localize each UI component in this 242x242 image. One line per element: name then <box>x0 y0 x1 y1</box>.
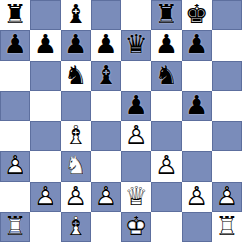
square-g2[interactable]: ♟♙ <box>182 182 212 212</box>
piece-fill: ♞ <box>151 60 181 90</box>
white-pawn-icon[interactable]: ♟♙ <box>30 182 60 212</box>
piece-fill: ♟ <box>61 181 91 211</box>
piece-outline: ♙ <box>30 181 60 211</box>
square-a4[interactable] <box>0 121 30 151</box>
square-b7[interactable]: ♟ <box>30 30 60 60</box>
square-h8[interactable] <box>212 0 242 30</box>
black-pawn-icon[interactable]: ♟ <box>30 30 60 60</box>
square-a8[interactable]: ♜ <box>0 0 30 30</box>
square-d4[interactable] <box>91 121 121 151</box>
piece-fill: ♟ <box>151 150 181 180</box>
square-e5[interactable]: ♟ <box>121 91 151 121</box>
square-h3[interactable] <box>212 151 242 181</box>
black-pawn-icon[interactable]: ♟ <box>61 30 91 60</box>
square-b8[interactable] <box>30 0 60 30</box>
square-f1[interactable] <box>151 212 181 242</box>
piece-fill: ♛ <box>121 181 151 211</box>
piece-outline: ♙ <box>0 150 30 180</box>
square-e1[interactable]: ♚♔ <box>121 212 151 242</box>
black-pawn-icon[interactable]: ♟ <box>182 91 212 121</box>
square-e4[interactable]: ♟♙ <box>121 121 151 151</box>
square-b1[interactable] <box>30 212 60 242</box>
white-bishop-icon[interactable]: ♝♗ <box>61 212 91 242</box>
piece-fill: ♟ <box>0 150 30 180</box>
white-king-icon[interactable]: ♚♔ <box>121 212 151 242</box>
square-g3[interactable] <box>182 151 212 181</box>
piece-fill: ♞ <box>61 150 91 180</box>
piece-fill: ♟ <box>30 181 60 211</box>
square-f6[interactable]: ♞ <box>151 61 181 91</box>
square-g6[interactable] <box>182 61 212 91</box>
white-pawn-icon[interactable]: ♟♙ <box>61 182 91 212</box>
white-pawn-icon[interactable]: ♟♙ <box>151 151 181 181</box>
piece-fill: ♝ <box>61 0 91 29</box>
square-b3[interactable] <box>30 151 60 181</box>
square-e3[interactable] <box>121 151 151 181</box>
piece-fill: ♚ <box>121 211 151 241</box>
square-e7[interactable]: ♛ <box>121 30 151 60</box>
piece-fill: ♟ <box>0 29 30 59</box>
black-bishop-icon[interactable]: ♝ <box>61 0 91 30</box>
square-d1[interactable] <box>91 212 121 242</box>
square-a3[interactable]: ♟♙ <box>0 151 30 181</box>
piece-fill: ♟ <box>91 181 121 211</box>
square-h1[interactable]: ♜♖ <box>212 212 242 242</box>
piece-fill: ♝ <box>61 120 91 150</box>
piece-fill: ♟ <box>212 181 242 211</box>
square-b4[interactable] <box>30 121 60 151</box>
white-pawn-icon[interactable]: ♟♙ <box>121 121 151 151</box>
square-f4[interactable] <box>151 121 181 151</box>
white-queen-icon[interactable]: ♛♕ <box>121 182 151 212</box>
piece-outline: ♙ <box>121 120 151 150</box>
square-b2[interactable]: ♟♙ <box>30 182 60 212</box>
square-b6[interactable] <box>30 61 60 91</box>
square-e2[interactable]: ♛♕ <box>121 182 151 212</box>
piece-fill: ♛ <box>121 29 151 59</box>
square-c4[interactable]: ♝♗ <box>61 121 91 151</box>
chess-board: ♜♝♜♚♟♟♟♟♛♟♟♞♝♞♟♟♝♗♟♙♟♙♞♘♟♙♟♙♟♙♟♙♛♕♟♙♟♙♜♖… <box>0 0 242 242</box>
square-d2[interactable]: ♟♙ <box>91 182 121 212</box>
square-g4[interactable] <box>182 121 212 151</box>
black-pawn-icon[interactable]: ♟ <box>151 30 181 60</box>
piece-fill: ♟ <box>151 29 181 59</box>
square-a1[interactable]: ♜♖ <box>0 212 30 242</box>
white-rook-icon[interactable]: ♜♖ <box>212 212 242 242</box>
square-e6[interactable] <box>121 61 151 91</box>
black-pawn-icon[interactable]: ♟ <box>182 30 212 60</box>
piece-fill: ♜ <box>0 211 30 241</box>
black-knight-icon[interactable]: ♞ <box>61 61 91 91</box>
square-d5[interactable] <box>91 91 121 121</box>
white-rook-icon[interactable]: ♜♖ <box>0 212 30 242</box>
square-c7[interactable]: ♟ <box>61 30 91 60</box>
piece-outline: ♔ <box>121 211 151 241</box>
black-queen-icon[interactable]: ♛ <box>121 30 151 60</box>
square-h5[interactable] <box>212 91 242 121</box>
piece-outline: ♙ <box>61 181 91 211</box>
square-f3[interactable]: ♟♙ <box>151 151 181 181</box>
piece-fill: ♟ <box>182 181 212 211</box>
piece-outline: ♙ <box>91 181 121 211</box>
black-knight-icon[interactable]: ♞ <box>151 61 181 91</box>
white-knight-icon[interactable]: ♞♘ <box>61 151 91 181</box>
square-g5[interactable]: ♟ <box>182 91 212 121</box>
white-pawn-icon[interactable]: ♟♙ <box>212 182 242 212</box>
piece-outline: ♕ <box>121 181 151 211</box>
piece-fill: ♟ <box>61 29 91 59</box>
piece-fill: ♜ <box>0 0 30 29</box>
piece-fill: ♞ <box>61 60 91 90</box>
square-f7[interactable]: ♟ <box>151 30 181 60</box>
piece-outline: ♗ <box>61 120 91 150</box>
piece-fill: ♟ <box>91 29 121 59</box>
square-a5[interactable] <box>0 91 30 121</box>
square-d7[interactable]: ♟ <box>91 30 121 60</box>
square-f2[interactable] <box>151 182 181 212</box>
square-c5[interactable] <box>61 91 91 121</box>
piece-outline: ♖ <box>0 211 30 241</box>
piece-fill: ♟ <box>121 120 151 150</box>
square-g8[interactable]: ♚ <box>182 0 212 30</box>
black-pawn-icon[interactable]: ♟ <box>0 30 30 60</box>
piece-outline: ♗ <box>61 211 91 241</box>
black-pawn-icon[interactable]: ♟ <box>121 91 151 121</box>
square-h4[interactable] <box>212 121 242 151</box>
white-bishop-icon[interactable]: ♝♗ <box>61 121 91 151</box>
piece-fill: ♜ <box>212 211 242 241</box>
piece-fill: ♜ <box>151 0 181 29</box>
piece-fill: ♟ <box>182 29 212 59</box>
square-a2[interactable] <box>0 182 30 212</box>
black-bishop-icon[interactable]: ♝ <box>91 61 121 91</box>
square-h6[interactable] <box>212 61 242 91</box>
square-c2[interactable]: ♟♙ <box>61 182 91 212</box>
square-a7[interactable]: ♟ <box>0 30 30 60</box>
white-pawn-icon[interactable]: ♟♙ <box>182 182 212 212</box>
square-c1[interactable]: ♝♗ <box>61 212 91 242</box>
piece-outline: ♙ <box>212 181 242 211</box>
square-e8[interactable] <box>121 0 151 30</box>
piece-fill: ♝ <box>61 211 91 241</box>
square-f8[interactable]: ♜ <box>151 0 181 30</box>
white-pawn-icon[interactable]: ♟♙ <box>0 151 30 181</box>
square-c3[interactable]: ♞♘ <box>61 151 91 181</box>
piece-fill: ♟ <box>30 29 60 59</box>
piece-fill: ♟ <box>121 90 151 120</box>
square-a6[interactable] <box>0 61 30 91</box>
piece-outline: ♘ <box>61 150 91 180</box>
square-g7[interactable]: ♟ <box>182 30 212 60</box>
square-b5[interactable] <box>30 91 60 121</box>
piece-fill: ♝ <box>91 60 121 90</box>
square-g1[interactable] <box>182 212 212 242</box>
square-d6[interactable]: ♝ <box>91 61 121 91</box>
piece-outline: ♙ <box>151 150 181 180</box>
square-f5[interactable] <box>151 91 181 121</box>
black-rook-icon[interactable]: ♜ <box>0 0 30 30</box>
square-c6[interactable]: ♞ <box>61 61 91 91</box>
piece-fill: ♟ <box>182 90 212 120</box>
piece-outline: ♙ <box>182 181 212 211</box>
square-d3[interactable] <box>91 151 121 181</box>
square-d8[interactable] <box>91 0 121 30</box>
black-king-icon[interactable]: ♚ <box>182 0 212 30</box>
black-pawn-icon[interactable]: ♟ <box>91 30 121 60</box>
piece-fill: ♚ <box>182 0 212 29</box>
square-h7[interactable] <box>212 30 242 60</box>
piece-outline: ♖ <box>212 211 242 241</box>
square-h2[interactable]: ♟♙ <box>212 182 242 212</box>
black-rook-icon[interactable]: ♜ <box>151 0 181 30</box>
square-c8[interactable]: ♝ <box>61 0 91 30</box>
white-pawn-icon[interactable]: ♟♙ <box>91 182 121 212</box>
